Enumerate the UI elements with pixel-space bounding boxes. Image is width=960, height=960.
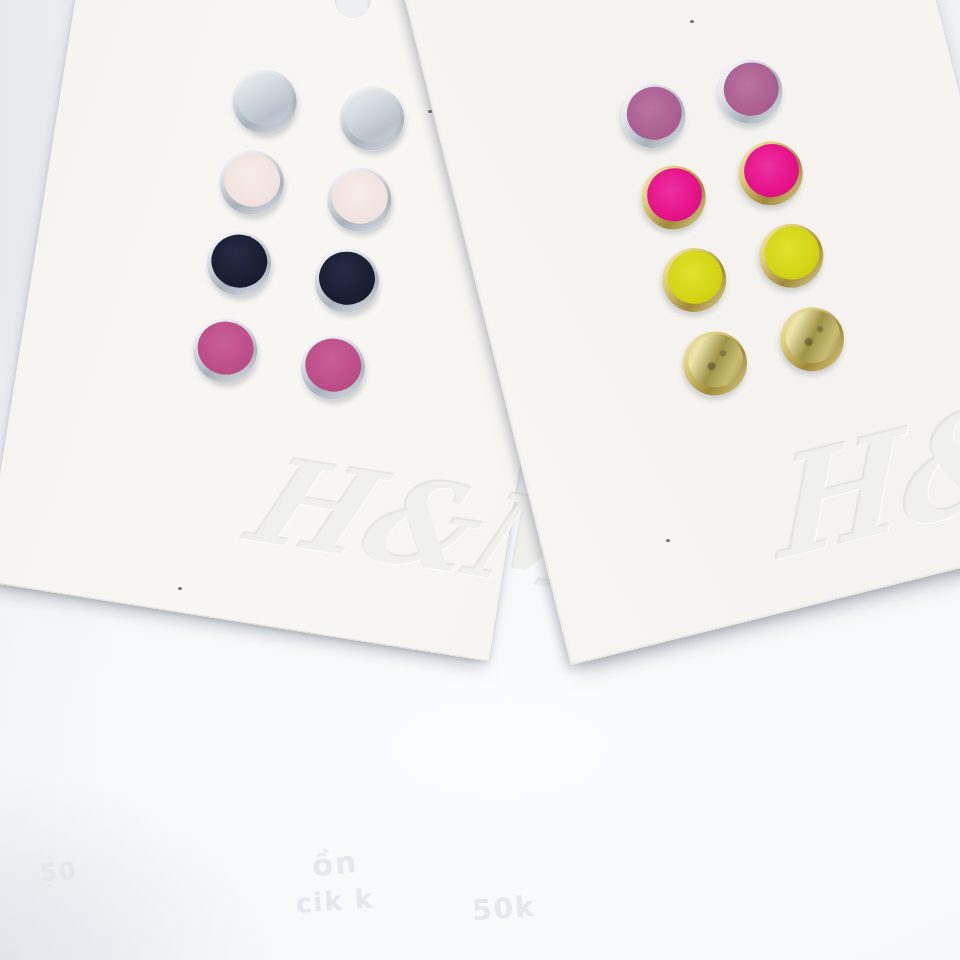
stud-face-navy <box>315 248 379 309</box>
photo: H&M H&M 50ồncik k50k <box>0 0 960 960</box>
stud-face-magenta <box>301 335 365 396</box>
stud-hot-pink-right <box>732 135 810 213</box>
stud-face-magenta <box>194 318 258 379</box>
stud-face-gold <box>683 328 749 393</box>
watermark-fragment: 50 <box>39 857 78 888</box>
stud-face-chartreuse <box>662 245 728 310</box>
stud-chartreuse-left <box>655 241 733 319</box>
stud-face-silver <box>233 69 297 130</box>
stud-face-hot-pink <box>641 162 707 227</box>
stud-face-silver <box>341 86 405 147</box>
stud-navy-right <box>310 244 383 317</box>
stud-face-mauve <box>621 81 687 146</box>
speck <box>428 110 432 113</box>
speck <box>690 20 694 23</box>
watermark-fragment: 50k <box>471 890 537 927</box>
stud-silver-right <box>336 82 409 155</box>
watermark-fragment: cik k <box>295 883 375 918</box>
stud-pale-pink-right <box>323 163 396 236</box>
stud-chartreuse-right <box>752 217 830 295</box>
stud-pale-pink-left <box>215 146 288 219</box>
speck <box>178 587 182 590</box>
stud-face-navy <box>208 231 272 292</box>
stud-magenta-left <box>189 314 262 387</box>
stud-gold-right <box>773 300 851 378</box>
stud-mauve-right <box>712 53 790 131</box>
stud-face-chartreuse <box>759 221 825 286</box>
stud-face-hot-pink <box>738 138 804 203</box>
stud-silver-left <box>228 65 301 138</box>
stud-face-pale-pink <box>328 167 392 228</box>
stud-magenta-right <box>296 331 369 404</box>
stud-face-mauve <box>718 57 784 122</box>
stud-face-pale-pink <box>220 150 284 211</box>
watermark-fragment: ồn <box>310 844 359 884</box>
stud-hot-pink-left <box>635 159 713 237</box>
speck <box>666 539 670 542</box>
stud-face-gold <box>780 304 846 369</box>
stud-navy-left <box>202 227 275 300</box>
stud-mauve-left <box>615 77 693 155</box>
stud-gold-left <box>676 325 754 403</box>
